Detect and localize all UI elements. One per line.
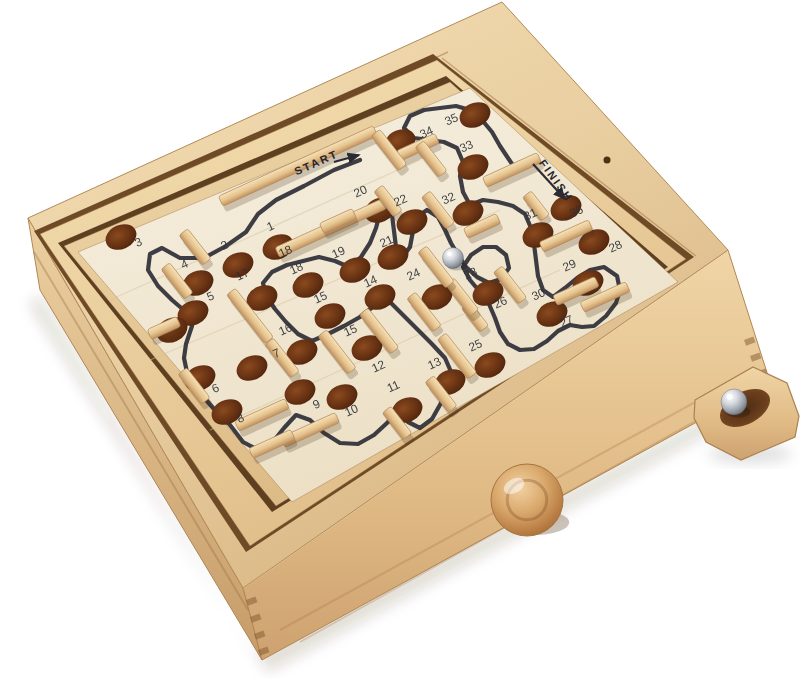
labyrinth-game: 1234567891011121314151516171818192021222…: [0, 0, 800, 678]
ball-highlight: [447, 251, 452, 256]
product-photo-stage: 1234567891011121314151516171818192021222…: [0, 0, 800, 678]
pivot-pin: [604, 157, 611, 164]
spare-steel-ball: [721, 389, 747, 415]
tilt-knob[interactable]: [491, 464, 563, 536]
steel-ball-in-play: [443, 248, 464, 269]
ball-highlight: [727, 394, 733, 400]
